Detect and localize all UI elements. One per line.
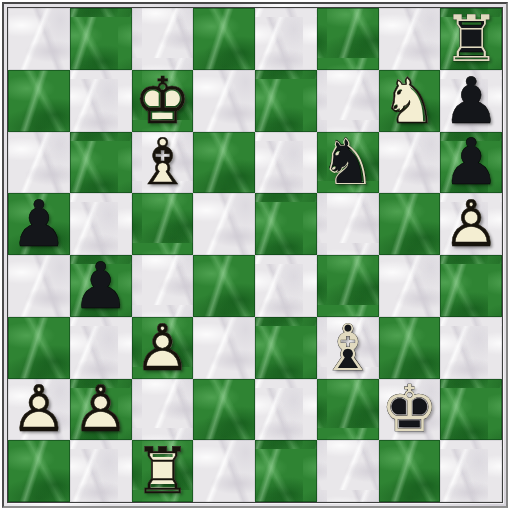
square-c2[interactable] bbox=[132, 379, 194, 441]
piece-black-bishop: ♝ bbox=[317, 317, 379, 379]
square-g7[interactable]: ♞♘ bbox=[379, 70, 441, 132]
piece-black-knight-outline: ♘ bbox=[317, 132, 379, 194]
piece-black-king-outline: ♔ bbox=[379, 379, 441, 441]
square-d1[interactable] bbox=[193, 440, 255, 502]
square-f1[interactable] bbox=[317, 440, 379, 502]
piece-white-bishop-outline: ♗ bbox=[132, 132, 194, 194]
square-g3[interactable] bbox=[379, 317, 441, 379]
square-d2[interactable] bbox=[193, 379, 255, 441]
square-e7[interactable] bbox=[255, 70, 317, 132]
piece-white-king-outline: ♔ bbox=[132, 70, 194, 132]
square-h2[interactable] bbox=[440, 379, 502, 441]
square-c6[interactable]: ♝♗ bbox=[132, 132, 194, 194]
square-c1[interactable]: ♜♖ bbox=[132, 440, 194, 502]
square-f7[interactable] bbox=[317, 70, 379, 132]
piece-white-rook: ♜ bbox=[132, 440, 194, 502]
piece-black-bishop-outline: ♗ bbox=[317, 317, 379, 379]
square-a7[interactable] bbox=[8, 70, 70, 132]
square-e4[interactable] bbox=[255, 255, 317, 317]
piece-white-pawn-outline: ♙ bbox=[8, 379, 70, 441]
square-a4[interactable] bbox=[8, 255, 70, 317]
square-h8[interactable]: ♜♖ bbox=[440, 8, 502, 70]
square-h7[interactable]: ♟ bbox=[440, 70, 502, 132]
square-h1[interactable] bbox=[440, 440, 502, 502]
square-b1[interactable] bbox=[70, 440, 132, 502]
square-a5[interactable]: ♟ bbox=[8, 193, 70, 255]
square-h6[interactable]: ♟ bbox=[440, 132, 502, 194]
square-a2[interactable]: ♟♙ bbox=[8, 379, 70, 441]
square-g1[interactable] bbox=[379, 440, 441, 502]
piece-white-pawn: ♟ bbox=[70, 379, 132, 441]
square-e1[interactable] bbox=[255, 440, 317, 502]
piece-white-bishop: ♝ bbox=[132, 132, 194, 194]
square-b5[interactable] bbox=[70, 193, 132, 255]
square-d4[interactable] bbox=[193, 255, 255, 317]
square-f2[interactable] bbox=[317, 379, 379, 441]
square-h4[interactable] bbox=[440, 255, 502, 317]
square-b4[interactable]: ♟ bbox=[70, 255, 132, 317]
square-f4[interactable] bbox=[317, 255, 379, 317]
piece-black-king: ♚ bbox=[379, 379, 441, 441]
square-d8[interactable] bbox=[193, 8, 255, 70]
square-e6[interactable] bbox=[255, 132, 317, 194]
piece-black-pawn: ♟ bbox=[8, 193, 70, 255]
piece-white-pawn: ♟ bbox=[8, 379, 70, 441]
piece-white-king: ♚ bbox=[132, 70, 194, 132]
piece-black-rook: ♜ bbox=[440, 8, 502, 70]
square-g4[interactable] bbox=[379, 255, 441, 317]
piece-white-pawn-outline: ♙ bbox=[132, 317, 194, 379]
square-e2[interactable] bbox=[255, 379, 317, 441]
piece-black-pawn: ♟ bbox=[440, 70, 502, 132]
square-h3[interactable] bbox=[440, 317, 502, 379]
square-f8[interactable] bbox=[317, 8, 379, 70]
square-b8[interactable] bbox=[70, 8, 132, 70]
square-a6[interactable] bbox=[8, 132, 70, 194]
square-d5[interactable] bbox=[193, 193, 255, 255]
square-a8[interactable] bbox=[8, 8, 70, 70]
square-b6[interactable] bbox=[70, 132, 132, 194]
square-g2[interactable]: ♚♔ bbox=[379, 379, 441, 441]
piece-black-knight: ♞ bbox=[317, 132, 379, 194]
piece-white-pawn: ♟ bbox=[440, 193, 502, 255]
piece-black-pawn: ♟ bbox=[70, 255, 132, 317]
square-c7[interactable]: ♚♔ bbox=[132, 70, 194, 132]
square-g5[interactable] bbox=[379, 193, 441, 255]
square-c4[interactable] bbox=[132, 255, 194, 317]
square-d7[interactable] bbox=[193, 70, 255, 132]
square-b2[interactable]: ♟♙ bbox=[70, 379, 132, 441]
square-b7[interactable] bbox=[70, 70, 132, 132]
square-c3[interactable]: ♟♙ bbox=[132, 317, 194, 379]
square-b3[interactable] bbox=[70, 317, 132, 379]
piece-white-knight: ♞ bbox=[379, 70, 441, 132]
square-d3[interactable] bbox=[193, 317, 255, 379]
piece-black-rook-outline: ♖ bbox=[440, 8, 502, 70]
square-g8[interactable] bbox=[379, 8, 441, 70]
square-h5[interactable]: ♟♙ bbox=[440, 193, 502, 255]
piece-white-knight-outline: ♘ bbox=[379, 70, 441, 132]
piece-white-rook-outline: ♖ bbox=[132, 440, 194, 502]
board-frame: ♜♖♚♔♞♘♟♝♗♞♘♟♟♟♙♟♟♙♝♗♟♙♟♙♚♔♜♖ bbox=[0, 0, 510, 510]
piece-white-pawn-outline: ♙ bbox=[70, 379, 132, 441]
piece-black-pawn: ♟ bbox=[440, 132, 502, 194]
square-f6[interactable]: ♞♘ bbox=[317, 132, 379, 194]
square-f3[interactable]: ♝♗ bbox=[317, 317, 379, 379]
square-a1[interactable] bbox=[8, 440, 70, 502]
square-c8[interactable] bbox=[132, 8, 194, 70]
square-c5[interactable] bbox=[132, 193, 194, 255]
square-a3[interactable] bbox=[8, 317, 70, 379]
square-e3[interactable] bbox=[255, 317, 317, 379]
square-g6[interactable] bbox=[379, 132, 441, 194]
square-d6[interactable] bbox=[193, 132, 255, 194]
piece-white-pawn-outline: ♙ bbox=[440, 193, 502, 255]
square-e5[interactable] bbox=[255, 193, 317, 255]
piece-white-pawn: ♟ bbox=[132, 317, 194, 379]
square-e8[interactable] bbox=[255, 8, 317, 70]
chess-board: ♜♖♚♔♞♘♟♝♗♞♘♟♟♟♙♟♟♙♝♗♟♙♟♙♚♔♜♖ bbox=[7, 7, 503, 503]
square-f5[interactable] bbox=[317, 193, 379, 255]
